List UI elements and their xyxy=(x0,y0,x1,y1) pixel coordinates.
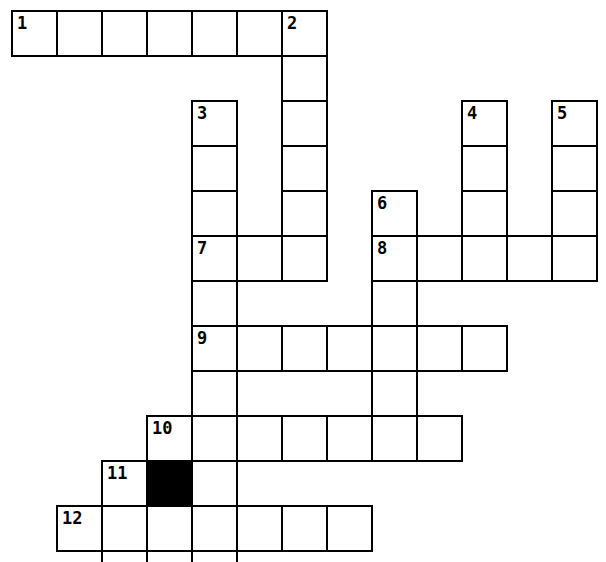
cell[interactable]: 11 xyxy=(101,460,148,507)
crossword-board: 123456789101112 xyxy=(0,0,606,562)
cell[interactable] xyxy=(416,325,463,372)
cell[interactable] xyxy=(326,415,373,462)
clue-number-8: 8 xyxy=(377,240,387,257)
cell[interactable] xyxy=(461,235,508,282)
cell[interactable] xyxy=(326,325,373,372)
cell[interactable] xyxy=(371,370,418,417)
clue-number-12: 12 xyxy=(62,510,82,527)
clue-number-7: 7 xyxy=(197,240,207,257)
cell[interactable] xyxy=(551,145,598,192)
cell[interactable] xyxy=(236,505,283,552)
cell[interactable] xyxy=(236,235,283,282)
cell[interactable] xyxy=(191,145,238,192)
cell[interactable] xyxy=(191,460,238,507)
cell[interactable] xyxy=(56,10,103,57)
clue-number-1: 1 xyxy=(17,15,27,32)
cell[interactable] xyxy=(461,190,508,237)
clue-number-5: 5 xyxy=(557,105,567,122)
cell[interactable] xyxy=(191,10,238,57)
cell[interactable]: 7 xyxy=(191,235,238,282)
cell[interactable] xyxy=(281,145,328,192)
cell[interactable] xyxy=(416,235,463,282)
cell[interactable] xyxy=(551,235,598,282)
cell[interactable] xyxy=(371,325,418,372)
cell[interactable] xyxy=(101,10,148,57)
clue-number-6: 6 xyxy=(377,195,387,212)
cell[interactable] xyxy=(191,280,238,327)
clue-number-2: 2 xyxy=(287,15,297,32)
cell[interactable] xyxy=(326,505,373,552)
clue-number-4: 4 xyxy=(467,105,477,122)
cell[interactable]: 5 xyxy=(551,100,598,147)
cell[interactable]: 6 xyxy=(371,190,418,237)
clue-number-11: 11 xyxy=(107,465,127,482)
clue-number-9: 9 xyxy=(197,330,207,347)
cell[interactable] xyxy=(236,325,283,372)
cell[interactable]: 2 xyxy=(281,10,328,57)
cell[interactable]: 4 xyxy=(461,100,508,147)
cell[interactable] xyxy=(281,190,328,237)
cell[interactable] xyxy=(146,550,193,562)
cell[interactable]: 8 xyxy=(371,235,418,282)
cell[interactable] xyxy=(416,415,463,462)
cell[interactable] xyxy=(236,415,283,462)
cell[interactable] xyxy=(191,505,238,552)
cell[interactable] xyxy=(191,190,238,237)
cell[interactable] xyxy=(146,505,193,552)
cell[interactable]: 9 xyxy=(191,325,238,372)
cell[interactable] xyxy=(191,415,238,462)
clue-number-3: 3 xyxy=(197,105,207,122)
cell[interactable] xyxy=(371,415,418,462)
cell[interactable] xyxy=(191,550,238,562)
cell[interactable] xyxy=(371,280,418,327)
cell[interactable] xyxy=(146,10,193,57)
black-cell xyxy=(146,460,193,507)
cell[interactable] xyxy=(281,100,328,147)
cell[interactable]: 3 xyxy=(191,100,238,147)
cell[interactable] xyxy=(236,10,283,57)
cell[interactable] xyxy=(281,55,328,102)
clue-number-10: 10 xyxy=(152,420,172,437)
cell[interactable] xyxy=(191,370,238,417)
cell[interactable]: 1 xyxy=(11,10,58,57)
cell[interactable] xyxy=(101,550,148,562)
cell[interactable] xyxy=(506,235,553,282)
cell[interactable]: 12 xyxy=(56,505,103,552)
cell[interactable] xyxy=(281,415,328,462)
cell[interactable] xyxy=(101,505,148,552)
cell[interactable] xyxy=(461,325,508,372)
cell[interactable] xyxy=(551,190,598,237)
cell[interactable] xyxy=(281,235,328,282)
cell[interactable]: 10 xyxy=(146,415,193,462)
cell[interactable] xyxy=(281,325,328,372)
cell[interactable] xyxy=(461,145,508,192)
cell[interactable] xyxy=(281,505,328,552)
